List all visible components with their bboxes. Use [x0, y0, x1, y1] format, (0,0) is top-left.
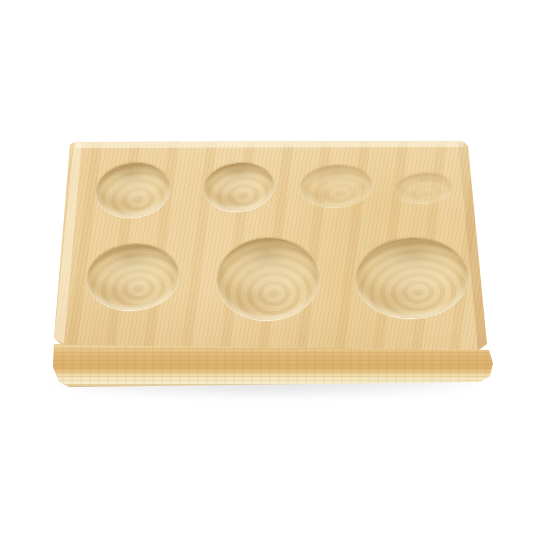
pit-back-row-4-extra-small[interactable]	[395, 172, 452, 205]
pit-back-row-2-medium[interactable]	[202, 159, 277, 214]
pit-front-row-3-large[interactable]	[355, 236, 470, 320]
board-front-face	[53, 344, 493, 388]
pit-front-row-2-large[interactable]	[215, 235, 321, 322]
pit-back-row-1-large[interactable]	[93, 158, 174, 222]
board-top-face	[54, 141, 490, 350]
pit-back-row-3-small[interactable]	[299, 163, 374, 210]
product-photo-scene	[0, 0, 550, 550]
pit-front-row-1-large[interactable]	[84, 240, 181, 314]
